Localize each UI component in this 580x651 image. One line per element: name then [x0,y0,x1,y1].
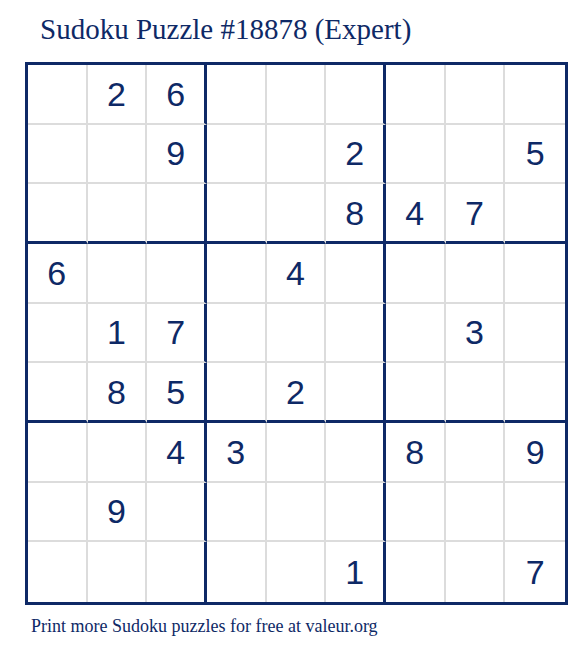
cell-r6c4[interactable] [207,363,267,423]
puzzle-title: Sudoku Puzzle #18878 (Expert) [40,13,411,46]
cell-r7c6[interactable] [326,423,386,483]
cell-r4c1[interactable]: 6 [28,244,88,304]
cell-r1c7[interactable] [386,65,446,125]
cell-r1c6[interactable] [326,65,386,125]
cell-r5c8[interactable]: 3 [446,304,506,364]
cell-r7c3[interactable]: 4 [147,423,207,483]
cell-r4c8[interactable] [446,244,506,304]
cell-r8c3[interactable] [147,483,207,543]
cell-r5c9[interactable] [505,304,565,364]
cell-r9c6[interactable]: 1 [326,542,386,602]
cell-r6c3[interactable]: 5 [147,363,207,423]
cell-r4c5[interactable]: 4 [267,244,327,304]
cell-r2c3[interactable]: 9 [147,125,207,185]
cell-r6c9[interactable] [505,363,565,423]
cell-r7c2[interactable] [88,423,148,483]
cell-r1c9[interactable] [505,65,565,125]
cell-r5c3[interactable]: 7 [147,304,207,364]
cell-r4c6[interactable] [326,244,386,304]
cell-r9c7[interactable] [386,542,446,602]
cell-r1c2[interactable]: 2 [88,65,148,125]
cell-r2c5[interactable] [267,125,327,185]
cell-r4c3[interactable] [147,244,207,304]
cell-r8c8[interactable] [446,483,506,543]
cell-r2c8[interactable] [446,125,506,185]
cell-r8c1[interactable] [28,483,88,543]
cell-r2c1[interactable] [28,125,88,185]
cell-r7c4[interactable]: 3 [207,423,267,483]
cell-r9c5[interactable] [267,542,327,602]
cell-r6c2[interactable]: 8 [88,363,148,423]
cell-r5c1[interactable] [28,304,88,364]
cell-r1c3[interactable]: 6 [147,65,207,125]
cell-r2c4[interactable] [207,125,267,185]
cell-r9c9[interactable]: 7 [505,542,565,602]
cell-r7c5[interactable] [267,423,327,483]
cell-r5c6[interactable] [326,304,386,364]
cell-r3c8[interactable]: 7 [446,184,506,244]
cell-r5c5[interactable] [267,304,327,364]
cell-r1c4[interactable] [207,65,267,125]
cell-r9c1[interactable] [28,542,88,602]
cell-r3c7[interactable]: 4 [386,184,446,244]
cell-r2c9[interactable]: 5 [505,125,565,185]
cell-r9c4[interactable] [207,542,267,602]
cell-r3c6[interactable]: 8 [326,184,386,244]
cell-r7c8[interactable] [446,423,506,483]
cell-r6c6[interactable] [326,363,386,423]
cell-r3c5[interactable] [267,184,327,244]
cell-r8c6[interactable] [326,483,386,543]
cell-r5c2[interactable]: 1 [88,304,148,364]
cell-r2c6[interactable]: 2 [326,125,386,185]
cell-r5c7[interactable] [386,304,446,364]
cell-r3c3[interactable] [147,184,207,244]
cell-r1c1[interactable] [28,65,88,125]
cell-r8c5[interactable] [267,483,327,543]
cell-r8c2[interactable]: 9 [88,483,148,543]
cell-r3c2[interactable] [88,184,148,244]
cell-r6c1[interactable] [28,363,88,423]
cell-r3c1[interactable] [28,184,88,244]
cell-r9c2[interactable] [88,542,148,602]
cell-r6c7[interactable] [386,363,446,423]
cell-r4c9[interactable] [505,244,565,304]
footer-credit: Print more Sudoku puzzles for free at va… [31,616,378,637]
cell-r2c7[interactable] [386,125,446,185]
cell-r8c9[interactable] [505,483,565,543]
cell-r2c2[interactable] [88,125,148,185]
cell-r5c4[interactable] [207,304,267,364]
cell-r8c4[interactable] [207,483,267,543]
cell-r7c9[interactable]: 9 [505,423,565,483]
cell-r6c8[interactable] [446,363,506,423]
cell-r9c3[interactable] [147,542,207,602]
cell-r1c8[interactable] [446,65,506,125]
cell-r1c5[interactable] [267,65,327,125]
cell-r4c7[interactable] [386,244,446,304]
cell-r3c4[interactable] [207,184,267,244]
cell-r7c7[interactable]: 8 [386,423,446,483]
cell-r4c4[interactable] [207,244,267,304]
cell-r4c2[interactable] [88,244,148,304]
cell-r6c5[interactable]: 2 [267,363,327,423]
sudoku-board: 26925847641738524389917 [25,62,568,605]
cell-r3c9[interactable] [505,184,565,244]
cell-r7c1[interactable] [28,423,88,483]
cell-r9c8[interactable] [446,542,506,602]
cell-r8c7[interactable] [386,483,446,543]
